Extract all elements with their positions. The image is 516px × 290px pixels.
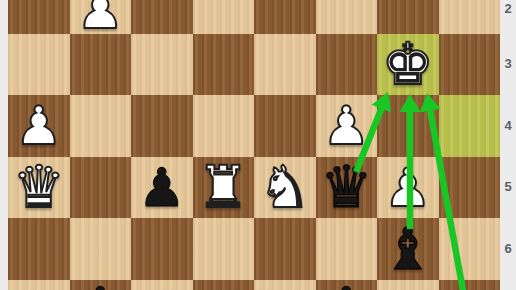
square-b4[interactable] xyxy=(377,95,439,157)
black-queen-c5[interactable]: ♛ xyxy=(320,158,372,216)
square-e6[interactable] xyxy=(193,218,255,280)
square-f3[interactable] xyxy=(131,34,193,96)
chess-board: ♟♚♟♟♛♟♜♞♛♟♝♟♟ xyxy=(8,0,500,290)
rank-label-2: 2 xyxy=(500,1,516,17)
black-pawn-c7[interactable]: ♟ xyxy=(322,280,370,290)
black-pawn-f5[interactable]: ♟ xyxy=(138,161,186,214)
white-queen-h5[interactable]: ♛ xyxy=(13,158,65,216)
white-pawn-c4[interactable]: ♟ xyxy=(322,99,370,152)
square-b5[interactable]: ♟ xyxy=(377,157,439,219)
square-d4[interactable] xyxy=(254,95,316,157)
black-bishop-b6[interactable]: ♝ xyxy=(382,220,434,278)
square-d3[interactable] xyxy=(254,34,316,96)
square-h4[interactable]: ♟ xyxy=(8,95,70,157)
square-c4[interactable]: ♟ xyxy=(316,95,378,157)
square-g7[interactable]: ♟ xyxy=(70,280,132,290)
square-c3[interactable] xyxy=(316,34,378,96)
chess-board-screenshot: ♟♚♟♟♛♟♜♞♛♟♝♟♟ 23456 xyxy=(0,0,516,290)
square-g4[interactable] xyxy=(70,95,132,157)
square-a7[interactable] xyxy=(439,280,501,290)
square-b6[interactable]: ♝ xyxy=(377,218,439,280)
white-knight-d5[interactable]: ♞ xyxy=(259,158,311,216)
square-d6[interactable] xyxy=(254,218,316,280)
rank-label-6: 6 xyxy=(500,241,516,257)
white-king-b3[interactable]: ♚ xyxy=(382,35,434,93)
square-g6[interactable] xyxy=(70,218,132,280)
left-gutter xyxy=(0,0,8,290)
square-e7[interactable] xyxy=(193,280,255,290)
square-f2[interactable] xyxy=(131,0,193,34)
square-b2[interactable] xyxy=(377,0,439,34)
square-e3[interactable] xyxy=(193,34,255,96)
white-rook-e5[interactable]: ♜ xyxy=(197,158,249,216)
square-h6[interactable] xyxy=(8,218,70,280)
white-pawn-h4[interactable]: ♟ xyxy=(15,99,63,152)
square-a6[interactable] xyxy=(439,218,501,280)
square-b7[interactable] xyxy=(377,280,439,290)
rank-label-3: 3 xyxy=(500,56,516,72)
white-pawn-g2[interactable]: ♟ xyxy=(76,0,124,36)
square-a3[interactable] xyxy=(439,34,501,96)
square-h5[interactable]: ♛ xyxy=(8,157,70,219)
square-c5[interactable]: ♛ xyxy=(316,157,378,219)
square-f4[interactable] xyxy=(131,95,193,157)
square-c6[interactable] xyxy=(316,218,378,280)
square-f7[interactable] xyxy=(131,280,193,290)
square-a2[interactable] xyxy=(439,0,501,34)
square-g2[interactable]: ♟ xyxy=(70,0,132,34)
black-pawn-g7[interactable]: ♟ xyxy=(76,280,124,290)
square-a4[interactable] xyxy=(439,95,501,157)
square-f5[interactable]: ♟ xyxy=(131,157,193,219)
square-g5[interactable] xyxy=(70,157,132,219)
square-d7[interactable] xyxy=(254,280,316,290)
square-e2[interactable] xyxy=(193,0,255,34)
square-c7[interactable]: ♟ xyxy=(316,280,378,290)
square-c2[interactable] xyxy=(316,0,378,34)
square-h7[interactable] xyxy=(8,280,70,290)
square-e4[interactable] xyxy=(193,95,255,157)
square-f6[interactable] xyxy=(131,218,193,280)
rank-label-5: 5 xyxy=(500,179,516,195)
rank-label-4: 4 xyxy=(500,118,516,134)
square-h3[interactable] xyxy=(8,34,70,96)
square-e5[interactable]: ♜ xyxy=(193,157,255,219)
white-pawn-b5[interactable]: ♟ xyxy=(384,161,432,214)
square-d5[interactable]: ♞ xyxy=(254,157,316,219)
square-b3[interactable]: ♚ xyxy=(377,34,439,96)
square-a5[interactable] xyxy=(439,157,501,219)
square-g3[interactable] xyxy=(70,34,132,96)
square-d2[interactable] xyxy=(254,0,316,34)
square-h2[interactable] xyxy=(8,0,70,34)
